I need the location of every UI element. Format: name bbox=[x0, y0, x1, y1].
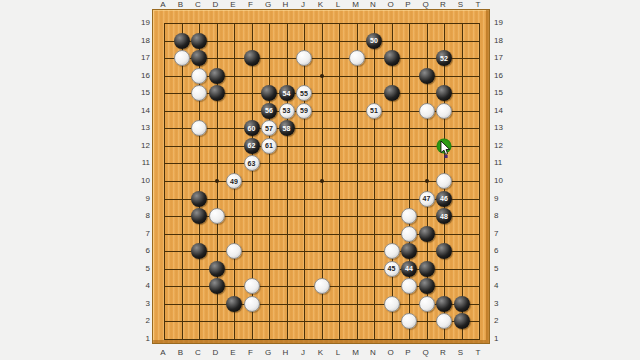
stone-P4 bbox=[401, 278, 417, 294]
stone-O5: 45 bbox=[384, 261, 400, 277]
row-label-right-11: 11 bbox=[494, 158, 514, 167]
col-label-top-G: G bbox=[265, 0, 271, 9]
stone-Q14 bbox=[419, 103, 435, 119]
move-number: 59 bbox=[300, 107, 308, 114]
stone-F3 bbox=[244, 296, 260, 312]
col-label-bottom-T: T bbox=[476, 348, 481, 357]
stone-G15 bbox=[261, 85, 277, 101]
stone-H13: 58 bbox=[279, 120, 295, 136]
move-number: 46 bbox=[440, 195, 448, 202]
stone-E10: 49 bbox=[226, 173, 242, 189]
stone-Q5 bbox=[419, 261, 435, 277]
star-point-D10 bbox=[215, 179, 219, 183]
row-label-right-17: 17 bbox=[494, 53, 514, 62]
cursor-highlight-circle bbox=[437, 138, 452, 153]
col-label-bottom-L: L bbox=[336, 348, 340, 357]
row-label-left-19: 19 bbox=[130, 18, 150, 27]
stone-D4 bbox=[209, 278, 225, 294]
row-label-left-1: 1 bbox=[130, 334, 150, 343]
col-label-top-B: B bbox=[178, 0, 183, 9]
move-number: 47 bbox=[423, 195, 431, 202]
stone-R17: 52 bbox=[436, 50, 452, 66]
col-label-bottom-C: C bbox=[195, 348, 201, 357]
col-label-bottom-H: H bbox=[283, 348, 289, 357]
row-label-right-5: 5 bbox=[494, 263, 514, 272]
stone-B18 bbox=[174, 33, 190, 49]
stone-D15 bbox=[209, 85, 225, 101]
stone-D5 bbox=[209, 261, 225, 277]
grid-line-vertical bbox=[392, 23, 393, 340]
stone-N14: 51 bbox=[366, 103, 382, 119]
col-label-top-D: D bbox=[213, 0, 219, 9]
stone-J15: 55 bbox=[296, 85, 312, 101]
stone-R14 bbox=[436, 103, 452, 119]
row-label-left-5: 5 bbox=[130, 263, 150, 272]
stone-C8 bbox=[191, 208, 207, 224]
row-label-right-16: 16 bbox=[494, 70, 514, 79]
row-label-left-7: 7 bbox=[130, 228, 150, 237]
row-label-left-3: 3 bbox=[130, 298, 150, 307]
col-label-bottom-S: S bbox=[458, 348, 463, 357]
col-label-top-T: T bbox=[476, 0, 481, 9]
col-label-top-K: K bbox=[318, 0, 323, 9]
move-number: 53 bbox=[283, 107, 291, 114]
col-label-top-N: N bbox=[370, 0, 376, 9]
go-board[interactable]: 5052545556535951605758626163494746484544 bbox=[152, 9, 490, 344]
col-label-bottom-N: N bbox=[370, 348, 376, 357]
col-label-bottom-O: O bbox=[387, 348, 393, 357]
stone-J14: 59 bbox=[296, 103, 312, 119]
col-label-top-A: A bbox=[160, 0, 165, 9]
move-number: 62 bbox=[248, 142, 256, 149]
row-label-right-18: 18 bbox=[494, 35, 514, 44]
row-label-left-11: 11 bbox=[130, 158, 150, 167]
stone-R2 bbox=[436, 313, 452, 329]
grid-line-vertical bbox=[374, 23, 375, 340]
move-number: 50 bbox=[370, 37, 378, 44]
stone-R3 bbox=[436, 296, 452, 312]
stone-G14: 56 bbox=[261, 103, 277, 119]
row-label-left-8: 8 bbox=[130, 211, 150, 220]
row-label-left-9: 9 bbox=[130, 193, 150, 202]
row-label-left-14: 14 bbox=[130, 105, 150, 114]
row-label-right-8: 8 bbox=[494, 211, 514, 220]
star-point-Q10 bbox=[425, 179, 429, 183]
stone-P8 bbox=[401, 208, 417, 224]
col-label-top-R: R bbox=[440, 0, 446, 9]
stone-C6 bbox=[191, 243, 207, 259]
move-number: 60 bbox=[248, 125, 256, 132]
row-label-right-7: 7 bbox=[494, 228, 514, 237]
row-label-left-2: 2 bbox=[130, 316, 150, 325]
grid-line-vertical bbox=[462, 23, 463, 340]
col-label-bottom-D: D bbox=[213, 348, 219, 357]
row-label-right-13: 13 bbox=[494, 123, 514, 132]
stone-P2 bbox=[401, 313, 417, 329]
row-label-right-4: 4 bbox=[494, 281, 514, 290]
stone-Q7 bbox=[419, 226, 435, 242]
move-number: 58 bbox=[283, 125, 291, 132]
row-label-right-10: 10 bbox=[494, 176, 514, 185]
col-label-bottom-J: J bbox=[301, 348, 305, 357]
stone-E3 bbox=[226, 296, 242, 312]
stone-C17 bbox=[191, 50, 207, 66]
stone-O6 bbox=[384, 243, 400, 259]
row-label-left-13: 13 bbox=[130, 123, 150, 132]
move-number: 48 bbox=[440, 213, 448, 220]
stone-S3 bbox=[454, 296, 470, 312]
move-number: 61 bbox=[265, 142, 273, 149]
row-label-right-6: 6 bbox=[494, 246, 514, 255]
stone-G13: 57 bbox=[261, 120, 277, 136]
col-label-top-M: M bbox=[352, 0, 359, 9]
col-label-bottom-A: A bbox=[160, 348, 165, 357]
stone-B17 bbox=[174, 50, 190, 66]
stone-H14: 53 bbox=[279, 103, 295, 119]
row-label-right-15: 15 bbox=[494, 88, 514, 97]
col-label-top-E: E bbox=[230, 0, 235, 9]
stone-F12: 62 bbox=[244, 138, 260, 154]
stone-Q16 bbox=[419, 68, 435, 84]
col-label-bottom-M: M bbox=[352, 348, 359, 357]
row-label-right-3: 3 bbox=[494, 298, 514, 307]
stone-C13 bbox=[191, 120, 207, 136]
row-label-right-19: 19 bbox=[494, 18, 514, 27]
stone-O3 bbox=[384, 296, 400, 312]
col-label-bottom-F: F bbox=[248, 348, 253, 357]
grid-line-horizontal bbox=[164, 339, 480, 340]
move-number: 51 bbox=[370, 107, 378, 114]
stone-P6 bbox=[401, 243, 417, 259]
row-label-left-6: 6 bbox=[130, 246, 150, 255]
app-background: ABCDEFGHJKLMNOPQRST ABCDEFGHJKLMNOPQRST … bbox=[0, 0, 640, 360]
stone-R15 bbox=[436, 85, 452, 101]
stone-R9: 46 bbox=[436, 191, 452, 207]
stone-R6 bbox=[436, 243, 452, 259]
stone-C9 bbox=[191, 191, 207, 207]
col-label-bottom-E: E bbox=[230, 348, 235, 357]
col-label-top-L: L bbox=[336, 0, 340, 9]
move-number: 54 bbox=[283, 90, 291, 97]
col-label-top-C: C bbox=[195, 0, 201, 9]
row-label-left-18: 18 bbox=[130, 35, 150, 44]
stone-C18 bbox=[191, 33, 207, 49]
col-label-top-S: S bbox=[458, 0, 463, 9]
stone-D8 bbox=[209, 208, 225, 224]
col-label-top-P: P bbox=[405, 0, 410, 9]
row-label-left-15: 15 bbox=[130, 88, 150, 97]
row-label-left-12: 12 bbox=[130, 140, 150, 149]
stone-O15 bbox=[384, 85, 400, 101]
move-number: 63 bbox=[248, 160, 256, 167]
row-label-left-10: 10 bbox=[130, 176, 150, 185]
stone-Q9: 47 bbox=[419, 191, 435, 207]
row-label-right-9: 9 bbox=[494, 193, 514, 202]
stone-J17 bbox=[296, 50, 312, 66]
stone-F11: 63 bbox=[244, 155, 260, 171]
stone-D16 bbox=[209, 68, 225, 84]
grid-line-vertical bbox=[339, 23, 340, 340]
star-point-K16 bbox=[320, 74, 324, 78]
stone-R8: 48 bbox=[436, 208, 452, 224]
stone-F4 bbox=[244, 278, 260, 294]
stone-C15 bbox=[191, 85, 207, 101]
stone-O17 bbox=[384, 50, 400, 66]
move-number: 57 bbox=[265, 125, 273, 132]
move-number: 45 bbox=[388, 265, 396, 272]
col-label-top-Q: Q bbox=[422, 0, 428, 9]
stone-N18: 50 bbox=[366, 33, 382, 49]
row-label-right-14: 14 bbox=[494, 105, 514, 114]
stone-F17 bbox=[244, 50, 260, 66]
col-label-bottom-P: P bbox=[405, 348, 410, 357]
col-label-bottom-K: K bbox=[318, 348, 323, 357]
row-label-right-12: 12 bbox=[494, 140, 514, 149]
row-label-right-2: 2 bbox=[494, 316, 514, 325]
move-number: 52 bbox=[440, 55, 448, 62]
stone-H15: 54 bbox=[279, 85, 295, 101]
stone-E6 bbox=[226, 243, 242, 259]
grid-line-vertical bbox=[357, 23, 358, 340]
col-label-top-F: F bbox=[248, 0, 253, 9]
move-number: 44 bbox=[405, 265, 413, 272]
col-label-top-O: O bbox=[387, 0, 393, 9]
stone-P7 bbox=[401, 226, 417, 242]
col-label-top-H: H bbox=[283, 0, 289, 9]
stone-Q4 bbox=[419, 278, 435, 294]
col-label-bottom-Q: Q bbox=[422, 348, 428, 357]
stone-C16 bbox=[191, 68, 207, 84]
col-label-bottom-B: B bbox=[178, 348, 183, 357]
grid-line-horizontal bbox=[164, 251, 480, 252]
stone-Q3 bbox=[419, 296, 435, 312]
move-number: 56 bbox=[265, 107, 273, 114]
star-point-K10 bbox=[320, 179, 324, 183]
stone-P5: 44 bbox=[401, 261, 417, 277]
row-label-left-16: 16 bbox=[130, 70, 150, 79]
stone-F13: 60 bbox=[244, 120, 260, 136]
stone-K4 bbox=[314, 278, 330, 294]
col-label-bottom-G: G bbox=[265, 348, 271, 357]
grid-line-horizontal bbox=[164, 321, 480, 322]
row-label-left-4: 4 bbox=[130, 281, 150, 290]
col-label-top-J: J bbox=[301, 0, 305, 9]
col-label-bottom-R: R bbox=[440, 348, 446, 357]
row-label-left-17: 17 bbox=[130, 53, 150, 62]
grid-line-vertical bbox=[479, 23, 480, 340]
stone-S2 bbox=[454, 313, 470, 329]
stone-G12: 61 bbox=[261, 138, 277, 154]
move-number: 49 bbox=[230, 178, 238, 185]
stone-M17 bbox=[349, 50, 365, 66]
stone-R10 bbox=[436, 173, 452, 189]
row-label-right-1: 1 bbox=[494, 334, 514, 343]
move-number: 55 bbox=[300, 90, 308, 97]
